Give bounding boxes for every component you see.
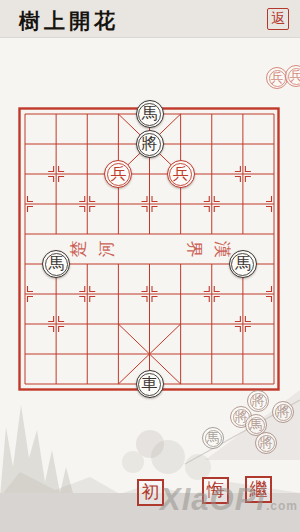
back-button[interactable]: 返 <box>267 8 289 30</box>
board-piece-black[interactable]: 馬 <box>42 250 70 278</box>
board-piece-black[interactable]: 車 <box>136 370 164 398</box>
tray-piece[interactable]: 將 <box>255 432 277 454</box>
river-label: 界 <box>183 241 206 258</box>
river-label: 河 <box>95 241 118 258</box>
river-label: 楚 <box>67 241 90 258</box>
tray-piece[interactable]: 將 <box>247 390 269 412</box>
board-piece-red[interactable]: 兵 <box>167 160 195 188</box>
river-label: 漢 <box>211 241 234 258</box>
board-piece-black[interactable]: 馬 <box>229 250 257 278</box>
undo-button[interactable]: 悔 <box>202 477 229 504</box>
continue-button[interactable]: 繼 <box>245 476 272 503</box>
board-piece-black[interactable]: 馬 <box>136 100 164 128</box>
stage-title: 樹上開花 <box>19 7 119 35</box>
top-bar: 樹上開花 返 <box>0 0 300 38</box>
reset-button[interactable]: 初 <box>137 479 164 506</box>
board-piece-black[interactable]: 將 <box>136 130 164 158</box>
tray-piece[interactable]: 兵 <box>285 65 300 87</box>
board-piece-red[interactable]: 兵 <box>104 160 132 188</box>
tray-piece[interactable]: 將 <box>272 401 294 423</box>
tray-piece[interactable]: 馬 <box>202 427 224 449</box>
game-screen: 樹上開花 返 初 悔 繼 XIaOPi.com 楚河漢界馬將兵兵馬馬車兵兵將將將… <box>0 0 300 532</box>
